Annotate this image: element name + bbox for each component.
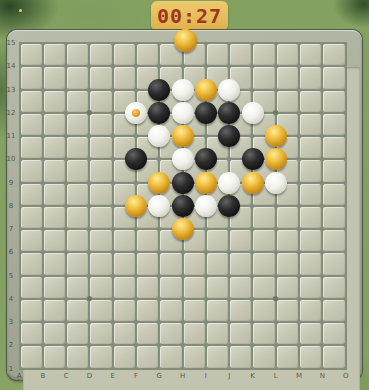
board-cell[interactable] bbox=[21, 346, 42, 367]
board-cell[interactable] bbox=[207, 160, 228, 181]
board-cell[interactable] bbox=[230, 277, 251, 298]
board-cell[interactable] bbox=[207, 67, 228, 88]
board-cell[interactable] bbox=[207, 114, 228, 135]
board-cell[interactable] bbox=[230, 323, 251, 344]
board-cell[interactable] bbox=[230, 300, 251, 321]
board-cell[interactable] bbox=[44, 184, 65, 205]
board-cell[interactable] bbox=[67, 184, 88, 205]
board-cell[interactable] bbox=[300, 137, 321, 158]
board-cell[interactable] bbox=[44, 277, 65, 298]
board-cell[interactable] bbox=[137, 230, 158, 251]
board-cell[interactable] bbox=[277, 207, 298, 228]
board-cell[interactable] bbox=[114, 160, 135, 181]
board-cell[interactable] bbox=[21, 323, 42, 344]
board-cell[interactable] bbox=[114, 91, 135, 112]
board-cell[interactable] bbox=[277, 91, 298, 112]
board-cell[interactable] bbox=[277, 114, 298, 135]
board-cell[interactable] bbox=[160, 114, 181, 135]
board-cell[interactable] bbox=[67, 277, 88, 298]
board-cell[interactable] bbox=[90, 300, 111, 321]
board-cell[interactable] bbox=[300, 44, 321, 65]
board-cell[interactable] bbox=[90, 184, 111, 205]
board-cell[interactable] bbox=[160, 300, 181, 321]
board-cell[interactable] bbox=[300, 160, 321, 181]
board-cell[interactable] bbox=[253, 91, 274, 112]
board-cell[interactable] bbox=[21, 137, 42, 158]
board-cell[interactable] bbox=[21, 230, 42, 251]
board-cell[interactable] bbox=[160, 253, 181, 274]
board-cell[interactable] bbox=[67, 253, 88, 274]
board-cell[interactable] bbox=[137, 253, 158, 274]
board-cell[interactable] bbox=[160, 346, 181, 367]
board-cell[interactable] bbox=[323, 184, 344, 205]
board-cell[interactable] bbox=[323, 323, 344, 344]
board-cell[interactable] bbox=[67, 137, 88, 158]
board-cell[interactable] bbox=[253, 230, 274, 251]
board-cell[interactable] bbox=[67, 346, 88, 367]
board-cell[interactable] bbox=[114, 323, 135, 344]
board-cell[interactable] bbox=[277, 277, 298, 298]
board-cell[interactable] bbox=[21, 160, 42, 181]
board-cell[interactable] bbox=[21, 91, 42, 112]
board-cell[interactable] bbox=[114, 184, 135, 205]
board-cell[interactable] bbox=[300, 346, 321, 367]
board-cell[interactable] bbox=[323, 114, 344, 135]
board-cell[interactable] bbox=[230, 207, 251, 228]
board-cell[interactable] bbox=[90, 277, 111, 298]
board-cell[interactable] bbox=[67, 230, 88, 251]
board-cell[interactable] bbox=[160, 91, 181, 112]
board-cell[interactable] bbox=[300, 91, 321, 112]
board-cell[interactable] bbox=[323, 44, 344, 65]
board-cell[interactable] bbox=[137, 67, 158, 88]
board-cell[interactable] bbox=[184, 346, 205, 367]
board-cell[interactable] bbox=[160, 184, 181, 205]
board-cell[interactable] bbox=[137, 137, 158, 158]
board-cell[interactable] bbox=[230, 230, 251, 251]
board-cell[interactable] bbox=[90, 91, 111, 112]
board-cell[interactable] bbox=[207, 346, 228, 367]
board-cell[interactable] bbox=[44, 160, 65, 181]
board-cell[interactable] bbox=[323, 253, 344, 274]
board-cell[interactable] bbox=[300, 207, 321, 228]
board-cell[interactable] bbox=[207, 184, 228, 205]
board-cell[interactable] bbox=[90, 137, 111, 158]
board-cell[interactable] bbox=[207, 300, 228, 321]
board-cell[interactable] bbox=[207, 277, 228, 298]
board-cell[interactable] bbox=[44, 91, 65, 112]
board-cell[interactable] bbox=[323, 230, 344, 251]
board-cell[interactable] bbox=[44, 67, 65, 88]
board-cell[interactable] bbox=[137, 184, 158, 205]
board-cell[interactable] bbox=[323, 67, 344, 88]
board-cell[interactable] bbox=[253, 346, 274, 367]
board-cell[interactable] bbox=[207, 44, 228, 65]
board-cell[interactable] bbox=[253, 114, 274, 135]
board-cell[interactable] bbox=[114, 253, 135, 274]
board-cell[interactable] bbox=[300, 253, 321, 274]
board-cell[interactable] bbox=[114, 300, 135, 321]
board-cell[interactable] bbox=[90, 346, 111, 367]
board-cell[interactable] bbox=[230, 114, 251, 135]
board-cell[interactable] bbox=[160, 323, 181, 344]
board-cell[interactable] bbox=[137, 277, 158, 298]
board-cell[interactable] bbox=[21, 207, 42, 228]
board-cell[interactable] bbox=[300, 323, 321, 344]
game-screen: 00:27 151413121110987654321ABCDEFGHIJKLM… bbox=[0, 0, 369, 390]
board-cell[interactable] bbox=[114, 207, 135, 228]
board-cell[interactable] bbox=[160, 277, 181, 298]
board-cell[interactable] bbox=[277, 67, 298, 88]
board-cell[interactable] bbox=[207, 230, 228, 251]
board-cell[interactable] bbox=[300, 114, 321, 135]
board-cell[interactable] bbox=[230, 346, 251, 367]
board-cell[interactable] bbox=[67, 114, 88, 135]
board-cell[interactable] bbox=[230, 253, 251, 274]
board-cell[interactable] bbox=[160, 230, 181, 251]
board-cell[interactable] bbox=[67, 323, 88, 344]
board-cell[interactable] bbox=[67, 67, 88, 88]
board-cell[interactable] bbox=[230, 137, 251, 158]
board-cell[interactable] bbox=[253, 300, 274, 321]
board-cell[interactable] bbox=[323, 300, 344, 321]
board-cell[interactable] bbox=[114, 277, 135, 298]
board-cell[interactable] bbox=[21, 114, 42, 135]
board-grid bbox=[19, 42, 347, 370]
board-cell[interactable] bbox=[207, 207, 228, 228]
board-cell[interactable] bbox=[90, 207, 111, 228]
board-cell[interactable] bbox=[137, 114, 158, 135]
board-cell[interactable] bbox=[67, 160, 88, 181]
board-cell[interactable] bbox=[184, 114, 205, 135]
board-cell[interactable] bbox=[184, 277, 205, 298]
board-cell[interactable] bbox=[277, 346, 298, 367]
board-cell[interactable] bbox=[207, 323, 228, 344]
board-cell[interactable] bbox=[207, 253, 228, 274]
board-cell[interactable] bbox=[67, 44, 88, 65]
board-cell[interactable] bbox=[114, 137, 135, 158]
board-cell[interactable] bbox=[160, 207, 181, 228]
board-cell[interactable] bbox=[323, 346, 344, 367]
board-cell[interactable] bbox=[90, 67, 111, 88]
board-cell[interactable] bbox=[184, 230, 205, 251]
board-cell[interactable] bbox=[253, 44, 274, 65]
board-cell[interactable] bbox=[253, 160, 274, 181]
board-cell[interactable] bbox=[184, 91, 205, 112]
board-cell[interactable] bbox=[184, 207, 205, 228]
board-cell[interactable] bbox=[230, 160, 251, 181]
board-cell[interactable] bbox=[184, 253, 205, 274]
board-cell[interactable] bbox=[90, 160, 111, 181]
board-cell[interactable] bbox=[114, 230, 135, 251]
turn-indicator-stone bbox=[174, 29, 197, 52]
board-cell[interactable] bbox=[90, 44, 111, 65]
board-cell[interactable] bbox=[253, 323, 274, 344]
board-cell[interactable] bbox=[44, 253, 65, 274]
board-cell[interactable] bbox=[184, 67, 205, 88]
board-cell[interactable] bbox=[21, 253, 42, 274]
board-cell[interactable] bbox=[184, 184, 205, 205]
board-cell[interactable] bbox=[44, 207, 65, 228]
board-cell[interactable] bbox=[253, 184, 274, 205]
board-cell[interactable] bbox=[90, 230, 111, 251]
board-cell[interactable] bbox=[137, 207, 158, 228]
board-cell[interactable] bbox=[323, 137, 344, 158]
board-cell[interactable] bbox=[44, 230, 65, 251]
board-cell[interactable] bbox=[253, 207, 274, 228]
board-cell[interactable] bbox=[160, 67, 181, 88]
board-cell[interactable] bbox=[323, 277, 344, 298]
board-cell[interactable] bbox=[137, 160, 158, 181]
board-cell[interactable] bbox=[114, 44, 135, 65]
board-cell[interactable] bbox=[300, 67, 321, 88]
board-cell[interactable] bbox=[277, 137, 298, 158]
board-cell[interactable] bbox=[323, 160, 344, 181]
board-cell[interactable] bbox=[184, 137, 205, 158]
board-cell[interactable] bbox=[137, 91, 158, 112]
board-cell[interactable] bbox=[277, 253, 298, 274]
board-cell[interactable] bbox=[277, 184, 298, 205]
board-cell[interactable] bbox=[90, 114, 111, 135]
board-cell[interactable] bbox=[277, 323, 298, 344]
board-cell[interactable] bbox=[253, 67, 274, 88]
board-cell[interactable] bbox=[137, 323, 158, 344]
board-cell[interactable] bbox=[21, 67, 42, 88]
board-cell[interactable] bbox=[67, 300, 88, 321]
board-cell[interactable] bbox=[44, 300, 65, 321]
board-cell[interactable] bbox=[67, 207, 88, 228]
board-cell[interactable] bbox=[277, 230, 298, 251]
board-cell[interactable] bbox=[207, 91, 228, 112]
board-cell[interactable] bbox=[44, 44, 65, 65]
board-cell[interactable] bbox=[277, 160, 298, 181]
board-cell[interactable] bbox=[253, 137, 274, 158]
board-cell[interactable] bbox=[230, 184, 251, 205]
flower-dot bbox=[19, 9, 22, 12]
board-cell[interactable] bbox=[114, 114, 135, 135]
board-cell[interactable] bbox=[277, 44, 298, 65]
board-cell[interactable] bbox=[44, 137, 65, 158]
board-cell[interactable] bbox=[230, 44, 251, 65]
board-cell[interactable] bbox=[21, 300, 42, 321]
board-cell[interactable] bbox=[277, 300, 298, 321]
board-cell[interactable] bbox=[44, 114, 65, 135]
board-cell[interactable] bbox=[114, 67, 135, 88]
board-cell[interactable] bbox=[207, 137, 228, 158]
board-cell[interactable] bbox=[44, 323, 65, 344]
board-cell[interactable] bbox=[137, 44, 158, 65]
move-timer: 00:27 bbox=[151, 1, 228, 31]
board-cell[interactable] bbox=[137, 346, 158, 367]
board-cell[interactable] bbox=[21, 277, 42, 298]
board-cell[interactable] bbox=[184, 323, 205, 344]
board-cell[interactable] bbox=[160, 137, 181, 158]
board-cell[interactable] bbox=[230, 67, 251, 88]
board-cell[interactable] bbox=[21, 184, 42, 205]
board-cell[interactable] bbox=[21, 44, 42, 65]
board-cell[interactable] bbox=[300, 300, 321, 321]
board-cell[interactable] bbox=[253, 277, 274, 298]
board-cell[interactable] bbox=[300, 277, 321, 298]
board-cell[interactable] bbox=[323, 91, 344, 112]
board-cell[interactable] bbox=[44, 346, 65, 367]
board-cell[interactable] bbox=[323, 207, 344, 228]
board-cell[interactable] bbox=[184, 300, 205, 321]
board-cell[interactable] bbox=[90, 323, 111, 344]
board-cell[interactable] bbox=[253, 253, 274, 274]
board-cell[interactable] bbox=[160, 160, 181, 181]
board-cell[interactable] bbox=[300, 184, 321, 205]
board-cell[interactable] bbox=[300, 230, 321, 251]
board-cell[interactable] bbox=[230, 91, 251, 112]
board-cell[interactable] bbox=[90, 253, 111, 274]
board-cell[interactable] bbox=[114, 346, 135, 367]
board-cell[interactable] bbox=[67, 91, 88, 112]
board-cell[interactable] bbox=[137, 300, 158, 321]
board-cell[interactable] bbox=[184, 160, 205, 181]
